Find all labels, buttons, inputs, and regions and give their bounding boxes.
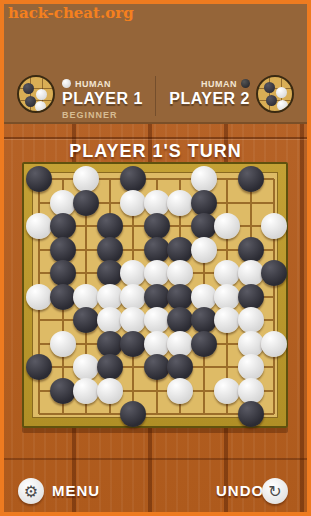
stone-black[interactable]	[73, 190, 99, 216]
player2-avatar	[256, 75, 294, 113]
stone-black[interactable]	[97, 354, 123, 380]
stone-white[interactable]	[144, 307, 170, 333]
menu-button[interactable]: ⚙	[18, 478, 44, 504]
stone-black[interactable]	[120, 166, 146, 192]
player1-stone-icon	[62, 79, 71, 88]
player1-type-label: HUMAN	[75, 79, 111, 89]
player2-type-label: HUMAN	[201, 79, 237, 89]
stone-black[interactable]	[238, 166, 264, 192]
stone-black[interactable]	[191, 213, 217, 239]
stone-black[interactable]	[238, 237, 264, 263]
stone-white[interactable]	[214, 213, 240, 239]
stone-white[interactable]	[120, 190, 146, 216]
stone-white[interactable]	[26, 213, 52, 239]
stone-white[interactable]	[214, 378, 240, 404]
stone-white[interactable]	[214, 284, 240, 310]
stone-white[interactable]	[191, 284, 217, 310]
stone-white[interactable]	[50, 190, 76, 216]
stone-white[interactable]	[97, 284, 123, 310]
stone-black[interactable]	[50, 237, 76, 263]
app-screen: hack-cheat.org HUMAN PLAYER 1 BEGINNER	[0, 0, 311, 516]
stone-black[interactable]	[144, 237, 170, 263]
stone-white[interactable]	[191, 237, 217, 263]
stone-black[interactable]	[97, 213, 123, 239]
stone-black[interactable]	[73, 307, 99, 333]
stone-white[interactable]	[167, 331, 193, 357]
players-bar: HUMAN PLAYER 1 BEGINNER HUMAN PLAYER 2	[0, 72, 311, 122]
stone-white[interactable]	[238, 307, 264, 333]
stone-white[interactable]	[120, 260, 146, 286]
watermark-site-link[interactable]: hack-cheat.org	[8, 4, 134, 22]
stone-black[interactable]	[144, 354, 170, 380]
stone-black[interactable]	[144, 284, 170, 310]
stone-black[interactable]	[97, 237, 123, 263]
stone-white[interactable]	[73, 166, 99, 192]
stone-white[interactable]	[144, 331, 170, 357]
stone-white[interactable]	[73, 354, 99, 380]
stone-white[interactable]	[50, 331, 76, 357]
stone-black[interactable]	[26, 166, 52, 192]
stone-black[interactable]	[50, 284, 76, 310]
player2-stone-icon	[241, 79, 250, 88]
menu-label[interactable]: MENU	[52, 482, 100, 499]
stone-white[interactable]	[167, 378, 193, 404]
stone-black[interactable]	[167, 354, 193, 380]
stone-black[interactable]	[50, 378, 76, 404]
stone-black[interactable]	[167, 284, 193, 310]
undo-button[interactable]: ↻	[262, 478, 288, 504]
stone-black[interactable]	[97, 260, 123, 286]
stone-white[interactable]	[97, 378, 123, 404]
stone-white[interactable]	[238, 378, 264, 404]
stone-black[interactable]	[167, 307, 193, 333]
gear-icon: ⚙	[24, 482, 38, 501]
stone-white[interactable]	[120, 284, 146, 310]
stone-black[interactable]	[50, 260, 76, 286]
stone-white[interactable]	[261, 213, 287, 239]
player2-name: PLAYER 2	[120, 90, 250, 108]
stone-white[interactable]	[97, 307, 123, 333]
stone-black[interactable]	[120, 331, 146, 357]
stone-white[interactable]	[238, 354, 264, 380]
stone-white[interactable]	[238, 260, 264, 286]
stone-white[interactable]	[214, 260, 240, 286]
stone-black[interactable]	[191, 331, 217, 357]
stone-white[interactable]	[191, 166, 217, 192]
stone-black[interactable]	[191, 190, 217, 216]
undo-label[interactable]: UNDO	[216, 482, 264, 499]
stone-white[interactable]	[73, 378, 99, 404]
stone-white[interactable]	[167, 190, 193, 216]
bottom-bar: ⚙ MENU UNDO ↻	[0, 476, 311, 508]
stone-black[interactable]	[120, 401, 146, 427]
stone-white[interactable]	[73, 284, 99, 310]
go-board[interactable]	[22, 162, 288, 428]
stone-white[interactable]	[144, 260, 170, 286]
header: hack-cheat.org HUMAN PLAYER 1 BEGINNER	[0, 0, 311, 124]
stone-white[interactable]	[261, 331, 287, 357]
stone-black[interactable]	[238, 401, 264, 427]
player2-info: HUMAN PLAYER 2	[120, 72, 250, 122]
stone-white[interactable]	[238, 331, 264, 357]
turn-status: PLAYER 1'S TURN	[0, 141, 311, 162]
stone-black[interactable]	[238, 284, 264, 310]
stone-black[interactable]	[50, 213, 76, 239]
stone-white[interactable]	[144, 190, 170, 216]
stone-black[interactable]	[26, 354, 52, 380]
board-grid	[24, 164, 286, 426]
stone-black[interactable]	[191, 307, 217, 333]
undo-icon: ↻	[268, 482, 281, 501]
stone-black[interactable]	[261, 260, 287, 286]
stone-white[interactable]	[214, 307, 240, 333]
stone-black[interactable]	[167, 237, 193, 263]
stone-black[interactable]	[97, 331, 123, 357]
stone-white[interactable]	[120, 307, 146, 333]
stone-white[interactable]	[167, 260, 193, 286]
stone-black[interactable]	[144, 213, 170, 239]
player1-avatar	[17, 75, 55, 113]
stone-white[interactable]	[26, 284, 52, 310]
